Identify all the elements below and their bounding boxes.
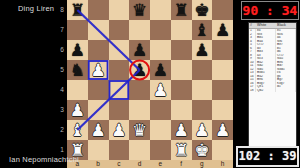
file-label-c: c (109, 160, 130, 168)
square-b5[interactable]: ♟ (88, 60, 109, 80)
square-c7[interactable] (109, 20, 130, 40)
square-e4[interactable]: ♟ (150, 80, 171, 100)
rank-label-3: 3 (57, 100, 67, 120)
square-f5[interactable] (171, 60, 192, 80)
square-c6[interactable] (109, 40, 130, 60)
square-c1[interactable] (109, 140, 130, 160)
black-rook-a8: ♜ (67, 0, 88, 20)
file-label-b: b (88, 160, 109, 168)
black-pawn-a6: ♟ (67, 40, 88, 60)
black-rook-f8: ♜ (171, 0, 192, 20)
white-rook-f1: ♜ (171, 140, 192, 160)
square-d4[interactable] (129, 80, 150, 100)
square-e1[interactable] (150, 140, 171, 160)
square-a6[interactable]: ♟ (67, 40, 88, 60)
file-label-g: g (192, 160, 213, 168)
square-g7[interactable]: ♝ (192, 20, 213, 40)
square-a7[interactable] (67, 20, 88, 40)
white-king-g1: ♚ (192, 140, 213, 160)
rank-label-4: 4 (57, 80, 67, 100)
file-label-d: d (129, 160, 150, 168)
white-pawn-f2: ♟ (171, 120, 192, 140)
square-g1[interactable]: ♚ (192, 140, 213, 160)
white-pawn-a3: ♟ (67, 100, 88, 120)
square-a8[interactable]: ♜ (67, 0, 88, 20)
move-col-#: # (249, 23, 256, 28)
square-h5[interactable] (212, 60, 233, 80)
square-d8[interactable]: ♛ (129, 0, 150, 20)
white-pawn-b5: ♟ (88, 60, 109, 80)
rank-label-8: 8 (57, 0, 67, 20)
square-e8[interactable] (150, 0, 171, 20)
file-labels: abcdefgh (67, 160, 233, 168)
square-g2[interactable]: ♟ (192, 120, 213, 140)
square-d2[interactable]: ♛ (129, 120, 150, 140)
white-pawn-b2: ♟ (88, 120, 109, 140)
square-d5[interactable]: ♟ (129, 60, 150, 80)
square-g4[interactable] (192, 80, 213, 100)
move-col-white: White (256, 23, 276, 28)
rank-label-5: 5 (57, 60, 67, 80)
square-b6[interactable] (88, 40, 109, 60)
file-label-e: e (150, 160, 171, 168)
square-f2[interactable]: ♟ (171, 120, 192, 140)
square-b2[interactable]: ♟ (88, 120, 109, 140)
file-label-f: f (171, 160, 192, 168)
white-pawn-c2: ♟ (109, 120, 130, 140)
square-h3[interactable] (212, 100, 233, 120)
black-pawn-d6: ♟ (129, 40, 150, 60)
black-pawn-h7: ♟ (212, 20, 233, 40)
square-h2[interactable]: ♟ (212, 120, 233, 140)
rank-label-7: 7 (57, 20, 67, 40)
square-d1[interactable] (129, 140, 150, 160)
square-c3[interactable] (109, 100, 130, 120)
white-queen-d2: ♛ (129, 120, 150, 140)
black-pawn-g6: ♟ (192, 40, 213, 60)
square-h6[interactable] (212, 40, 233, 60)
square-e3[interactable] (150, 100, 171, 120)
square-a5[interactable]: ♞ (67, 60, 88, 80)
black-pawn-e5: ♟ (150, 60, 171, 80)
square-g8[interactable]: ♚ (192, 0, 213, 20)
square-e2[interactable] (150, 120, 171, 140)
black-bishop-g7: ♝ (192, 20, 213, 40)
square-f3[interactable] (171, 100, 192, 120)
chess-board[interactable]: ♜♛♜♚♝♟♟♟♟♞♟♟♟♟♟♝♟♟♛♟♟♟♜♜♚ (67, 0, 233, 160)
move-row-18[interactable]: 18Qd2 (249, 89, 296, 93)
square-b1[interactable] (88, 140, 109, 160)
square-g5[interactable] (192, 60, 213, 80)
rank-label-6: 6 (57, 40, 67, 60)
black-king-g8: ♚ (192, 0, 213, 20)
white-pawn-g2: ♟ (192, 120, 213, 140)
square-a4[interactable] (67, 80, 88, 100)
square-h7[interactable]: ♟ (212, 20, 233, 40)
black-knight-a5: ♞ (67, 60, 88, 80)
square-c5[interactable] (109, 60, 130, 80)
white-bishop-a2: ♝ (67, 120, 88, 140)
square-d3[interactable] (129, 100, 150, 120)
square-h1[interactable] (212, 140, 233, 160)
white-pawn-h2: ♟ (212, 120, 233, 140)
square-a3[interactable]: ♟ (67, 100, 88, 120)
move-cell: Qd2 (256, 89, 276, 93)
bottom-player-clock: 102 : 39 (236, 146, 299, 167)
square-h4[interactable] (212, 80, 233, 100)
top-player-name: Ding Liren (18, 4, 54, 13)
rank-labels: 87654321 (57, 0, 67, 160)
white-pawn-e4: ♟ (150, 80, 171, 100)
square-h8[interactable] (212, 0, 233, 20)
black-pawn-d5: ♟ (129, 60, 150, 80)
square-b7[interactable] (88, 20, 109, 40)
square-d6[interactable]: ♟ (129, 40, 150, 60)
bottom-player-name: Ian Nepomniachtchi (9, 155, 79, 164)
rank-label-2: 2 (57, 120, 67, 140)
square-g6[interactable]: ♟ (192, 40, 213, 60)
broadcast-stage: Ding Liren 90 : 34 87654321 ♜♛♜♚♝♟♟♟♟♞♟♟… (0, 0, 300, 168)
move-cell: 18 (249, 89, 256, 93)
move-col-black: Black (276, 23, 296, 28)
move-cell (276, 89, 296, 93)
square-a2[interactable]: ♝ (67, 120, 88, 140)
square-e7[interactable] (150, 20, 171, 40)
move-list-panel: #WhiteBlack 1e4e52Nf3Nc63Bb5a64Ba4Nf65O-… (248, 22, 297, 148)
square-b4[interactable] (88, 80, 109, 100)
square-f7[interactable] (171, 20, 192, 40)
square-b3[interactable] (88, 100, 109, 120)
square-c4[interactable] (109, 80, 130, 100)
square-d7[interactable] (129, 20, 150, 40)
square-f1[interactable]: ♜ (171, 140, 192, 160)
square-g3[interactable] (192, 100, 213, 120)
square-c2[interactable]: ♟ (109, 120, 130, 140)
square-f6[interactable] (171, 40, 192, 60)
move-list-body: 1e4e52Nf3Nc63Bb5a64Ba4Nf65O-OBe76d3b57Bb… (249, 29, 296, 92)
top-player-clock: 90 : 34 (241, 1, 299, 20)
square-f8[interactable]: ♜ (171, 0, 192, 20)
square-e5[interactable]: ♟ (150, 60, 171, 80)
square-f4[interactable] (171, 80, 192, 100)
black-queen-d8: ♛ (129, 0, 150, 20)
square-c8[interactable] (109, 0, 130, 20)
file-label-h: h (212, 160, 233, 168)
square-b8[interactable] (88, 0, 109, 20)
square-e6[interactable] (150, 40, 171, 60)
